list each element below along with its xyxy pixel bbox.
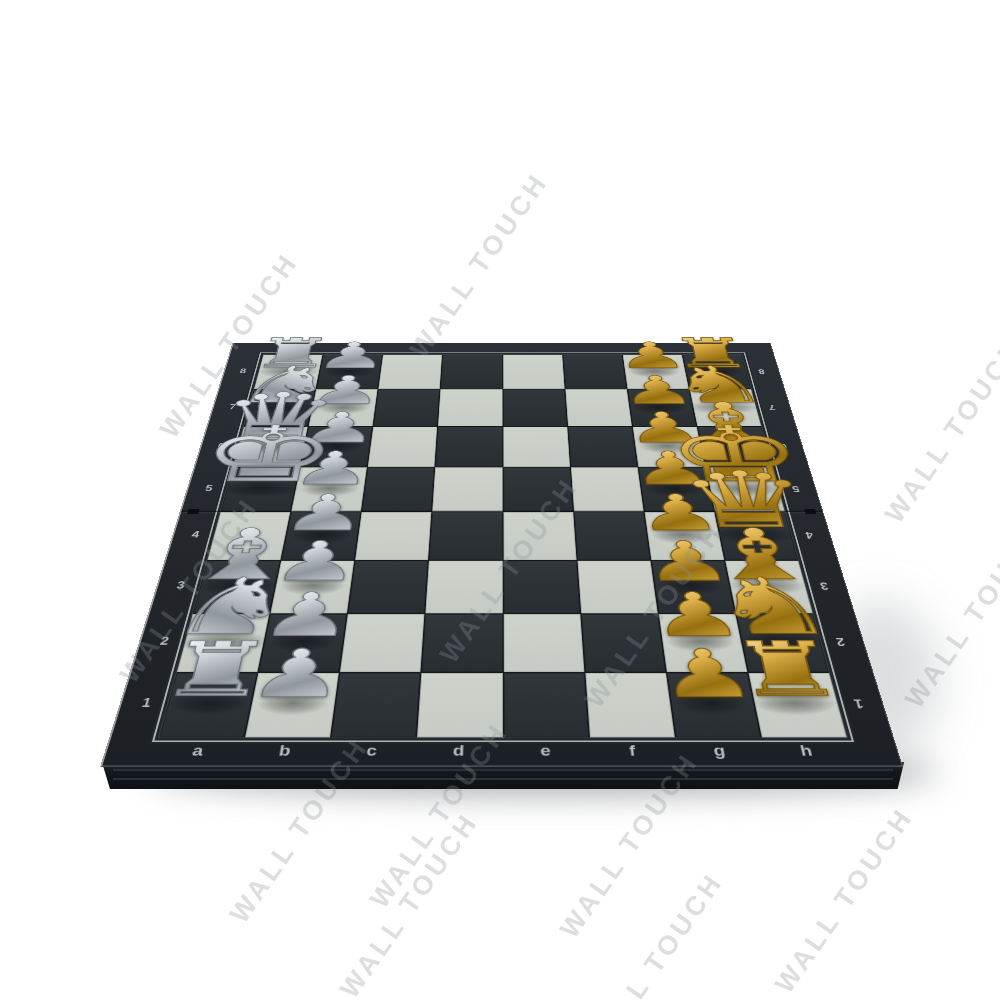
square-e6 [503, 427, 570, 467]
watermark-text: WALL TOUCH [404, 167, 555, 364]
square-e5 [503, 468, 573, 512]
square-d6 [435, 427, 502, 467]
hinge-right [804, 509, 817, 514]
square-d1 [417, 673, 502, 738]
watermark-text: WALL TOUCH [769, 802, 920, 999]
square-d2 [422, 614, 503, 672]
square-f3 [577, 560, 657, 613]
rank-label-left-8: 8 [239, 368, 247, 375]
file-label-a: a [190, 742, 205, 760]
square-e3 [503, 560, 580, 613]
square-e8 [503, 355, 565, 389]
watermark-text: WALL TOUCH [334, 807, 485, 1000]
rank-label-right-6: 6 [779, 442, 788, 450]
square-e4 [503, 512, 576, 560]
watermark-text: WALL TOUCH [879, 332, 1000, 529]
file-label-c: c [365, 742, 377, 760]
square-e7 [503, 389, 567, 426]
rank-label-left-3: 3 [175, 580, 186, 591]
rank-label-right-3: 3 [819, 580, 830, 591]
square-f6 [568, 427, 638, 467]
rank-label-left-2: 2 [159, 635, 171, 647]
file-label-b: b [277, 742, 291, 760]
watermark-text: WALL TOUCH [579, 867, 730, 1000]
square-f1 [585, 673, 675, 738]
rank-label-left-7: 7 [228, 403, 237, 411]
square-f2 [581, 614, 666, 672]
rank-label-right-4: 4 [804, 530, 814, 540]
square-c5 [362, 468, 435, 512]
file-label-g: g [712, 742, 726, 760]
rank-label-left-1: 1 [140, 697, 152, 710]
rank-label-right-1: 1 [852, 697, 864, 710]
file-label-d: d [452, 742, 464, 760]
square-f4 [574, 512, 650, 560]
rank-label-right-2: 2 [835, 635, 847, 647]
square-d5 [433, 468, 503, 512]
file-label-e: e [540, 742, 551, 760]
chessboard: abcdefgh1122334455667788 ♜♟♟♜♞♟♟♞♛♟♟♝♚♟♟… [100, 343, 903, 767]
product-photo-chess-set: abcdefgh1122334455667788 ♜♟♟♜♞♟♟♞♛♟♟♝♚♟♟… [0, 0, 1000, 1000]
rank-label-left-6: 6 [217, 442, 226, 450]
square-d8 [441, 355, 502, 389]
case-groove [113, 769, 893, 771]
rank-label-right-5: 5 [791, 484, 801, 493]
square-f7 [565, 389, 632, 426]
file-label-h: h [798, 742, 814, 760]
square-c6 [368, 427, 438, 467]
square-f8 [563, 355, 627, 389]
square-c3 [348, 560, 428, 613]
rank-label-right-8: 8 [757, 368, 765, 375]
case-groove [113, 778, 893, 780]
rank-label-left-5: 5 [204, 484, 214, 493]
square-e2 [503, 614, 584, 672]
square-c1 [331, 673, 420, 738]
square-c7 [373, 389, 440, 426]
rank-label-left-4: 4 [190, 530, 200, 540]
square-c4 [355, 512, 431, 560]
hinge-left [187, 509, 200, 514]
square-c2 [340, 614, 425, 672]
file-label-f: f [628, 742, 636, 760]
square-e1 [503, 673, 588, 738]
rank-label-right-7: 7 [768, 403, 777, 411]
square-a4 [207, 512, 290, 560]
square-d3 [426, 560, 503, 613]
square-d7 [438, 389, 502, 426]
square-c8 [379, 355, 443, 389]
square-d4 [429, 512, 502, 560]
piece-shadow [628, 365, 681, 378]
square-f5 [571, 468, 644, 512]
